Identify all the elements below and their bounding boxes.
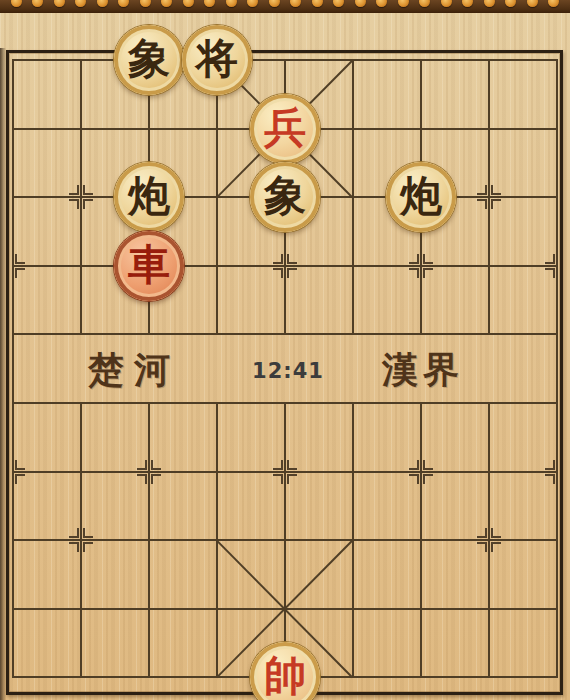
grid-line: [284, 402, 286, 678]
position-marker: [477, 185, 501, 209]
grid-line: [148, 402, 150, 678]
red-general[interactable]: 帥: [250, 642, 320, 700]
bead-ornament: [140, 0, 151, 7]
bead-ornament: [226, 0, 237, 7]
bead-ornament: [398, 0, 409, 7]
bead-ornament: [527, 0, 538, 7]
red-chariot[interactable]: 車: [114, 231, 184, 301]
xiangqi-app: 楚河 12:41 漢界 象将兵炮象炮車帥: [0, 0, 570, 700]
bead-ornament: [269, 0, 280, 7]
position-marker: [545, 460, 569, 484]
position-marker: [477, 528, 501, 552]
position-marker: [137, 460, 161, 484]
bead-ornament: [118, 0, 129, 7]
red-soldier[interactable]: 兵: [250, 94, 320, 164]
bead-ornament: [32, 0, 43, 7]
black-general[interactable]: 将: [182, 25, 252, 95]
bead-ornament: [161, 0, 172, 7]
bead-ornament: [505, 0, 516, 7]
position-marker: [1, 460, 25, 484]
bead-ornament: [419, 0, 430, 7]
bead-ornament: [183, 0, 194, 7]
position-marker: [409, 254, 433, 278]
bead-ornament: [333, 0, 344, 7]
bead-ornament: [376, 0, 387, 7]
bead-ornament: [75, 0, 86, 7]
grid-line: [420, 402, 422, 678]
bead-ornament: [247, 0, 258, 7]
black-cannon-left[interactable]: 炮: [114, 162, 184, 232]
bead-ornament: [290, 0, 301, 7]
bead-ornament: [204, 0, 215, 7]
river-label-han-jie: 漢界: [382, 347, 464, 391]
decorative-bead-bar: [0, 0, 570, 13]
position-marker: [409, 460, 433, 484]
position-marker: [273, 254, 297, 278]
game-timer: 12:41: [252, 359, 324, 383]
bead-ornament: [355, 0, 366, 7]
position-marker: [69, 528, 93, 552]
bead-ornament: [97, 0, 108, 7]
position-marker: [1, 254, 25, 278]
bead-ornament: [548, 0, 559, 7]
bead-ornament: [462, 0, 473, 7]
grid-line: [556, 59, 558, 678]
black-elephant-center[interactable]: 象: [250, 162, 320, 232]
black-cannon-right[interactable]: 炮: [386, 162, 456, 232]
bead-ornament: [441, 0, 452, 7]
bead-ornament: [11, 0, 22, 7]
position-marker: [545, 254, 569, 278]
river-label-chu-he: 楚河: [88, 347, 180, 391]
bead-ornament: [484, 0, 495, 7]
grid-line: [12, 59, 14, 678]
position-marker: [69, 185, 93, 209]
board-edge-shadow: [0, 48, 6, 700]
position-marker: [273, 460, 297, 484]
bead-ornament: [54, 0, 65, 7]
bead-ornament: [312, 0, 323, 7]
black-elephant-left[interactable]: 象: [114, 25, 184, 95]
